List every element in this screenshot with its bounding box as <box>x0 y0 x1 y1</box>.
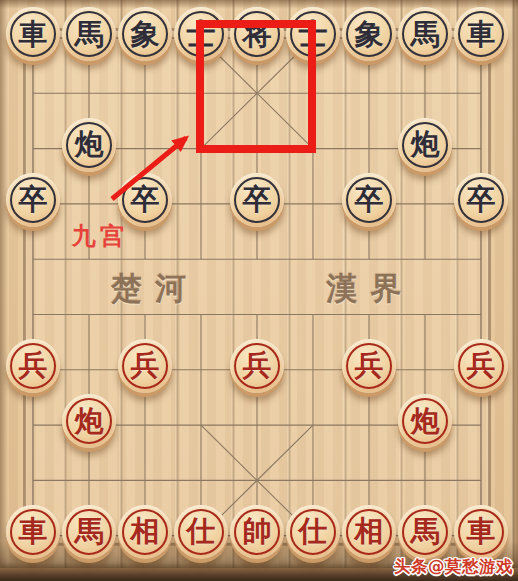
piece-black-horse[interactable]: 馬 <box>62 7 116 61</box>
piece-glyph: 相 <box>355 517 384 546</box>
piece-black-soldier[interactable]: 卒 <box>342 173 396 227</box>
piece-glyph: 馬 <box>411 517 440 546</box>
piece-glyph: 相 <box>131 517 160 546</box>
watermark-source: 头条 <box>394 557 428 576</box>
piece-glyph: 車 <box>467 20 496 49</box>
piece-black-elephant[interactable]: 象 <box>118 7 172 61</box>
piece-glyph: 士 <box>299 20 328 49</box>
piece-glyph: 兵 <box>19 351 48 380</box>
piece-glyph: 炮 <box>411 407 440 436</box>
piece-glyph: 卒 <box>19 185 48 214</box>
piece-black-general[interactable]: 将 <box>230 7 284 61</box>
piece-black-soldier[interactable]: 卒 <box>118 173 172 227</box>
piece-black-soldier[interactable]: 卒 <box>230 173 284 227</box>
piece-red-chariot[interactable]: 車 <box>6 505 60 559</box>
piece-red-elephant[interactable]: 相 <box>342 505 396 559</box>
xiangqi-board: 楚河 漢界 車馬象士将士象馬車炮炮卒卒卒卒卒兵兵兵兵兵炮炮車馬相仕帥仕相馬車 九… <box>0 0 518 581</box>
piece-glyph: 車 <box>19 517 48 546</box>
piece-glyph: 将 <box>243 20 272 49</box>
piece-glyph: 車 <box>467 517 496 546</box>
piece-red-advisor[interactable]: 仕 <box>174 505 228 559</box>
piece-red-soldier[interactable]: 兵 <box>6 339 60 393</box>
piece-glyph: 卒 <box>467 185 496 214</box>
piece-red-horse[interactable]: 馬 <box>62 505 116 559</box>
piece-glyph: 仕 <box>299 517 328 546</box>
watermark: 头条@莫愁游戏 <box>394 556 513 578</box>
piece-red-cannon[interactable]: 炮 <box>62 394 116 448</box>
piece-glyph: 象 <box>131 20 160 49</box>
piece-black-cannon[interactable]: 炮 <box>398 118 452 172</box>
watermark-account: @莫愁游戏 <box>428 557 513 576</box>
piece-black-chariot[interactable]: 車 <box>6 7 60 61</box>
piece-glyph: 兵 <box>467 351 496 380</box>
pieces-layer: 車馬象士将士象馬車炮炮卒卒卒卒卒兵兵兵兵兵炮炮車馬相仕帥仕相馬車 <box>0 0 518 581</box>
piece-glyph: 卒 <box>131 185 160 214</box>
piece-glyph: 馬 <box>75 20 104 49</box>
piece-glyph: 帥 <box>243 517 272 546</box>
piece-red-advisor[interactable]: 仕 <box>286 505 340 559</box>
piece-glyph: 車 <box>19 20 48 49</box>
piece-glyph: 卒 <box>243 185 272 214</box>
piece-glyph: 仕 <box>187 517 216 546</box>
piece-glyph: 卒 <box>355 185 384 214</box>
piece-glyph: 馬 <box>411 20 440 49</box>
piece-glyph: 炮 <box>75 407 104 436</box>
piece-black-chariot[interactable]: 車 <box>454 7 508 61</box>
piece-red-elephant[interactable]: 相 <box>118 505 172 559</box>
piece-red-cannon[interactable]: 炮 <box>398 394 452 448</box>
piece-glyph: 象 <box>355 20 384 49</box>
piece-red-soldier[interactable]: 兵 <box>454 339 508 393</box>
piece-glyph: 兵 <box>355 351 384 380</box>
piece-black-soldier[interactable]: 卒 <box>6 173 60 227</box>
piece-red-soldier[interactable]: 兵 <box>230 339 284 393</box>
piece-glyph: 馬 <box>75 517 104 546</box>
piece-glyph: 士 <box>187 20 216 49</box>
piece-glyph: 炮 <box>75 130 104 159</box>
piece-black-advisor[interactable]: 士 <box>286 7 340 61</box>
piece-black-soldier[interactable]: 卒 <box>454 173 508 227</box>
piece-red-general[interactable]: 帥 <box>230 505 284 559</box>
piece-glyph: 炮 <box>411 130 440 159</box>
piece-glyph: 兵 <box>243 351 272 380</box>
piece-glyph: 兵 <box>131 351 160 380</box>
piece-black-cannon[interactable]: 炮 <box>62 118 116 172</box>
piece-red-horse[interactable]: 馬 <box>398 505 452 559</box>
piece-red-chariot[interactable]: 車 <box>454 505 508 559</box>
piece-red-soldier[interactable]: 兵 <box>342 339 396 393</box>
piece-black-horse[interactable]: 馬 <box>398 7 452 61</box>
piece-red-soldier[interactable]: 兵 <box>118 339 172 393</box>
piece-black-advisor[interactable]: 士 <box>174 7 228 61</box>
piece-black-elephant[interactable]: 象 <box>342 7 396 61</box>
